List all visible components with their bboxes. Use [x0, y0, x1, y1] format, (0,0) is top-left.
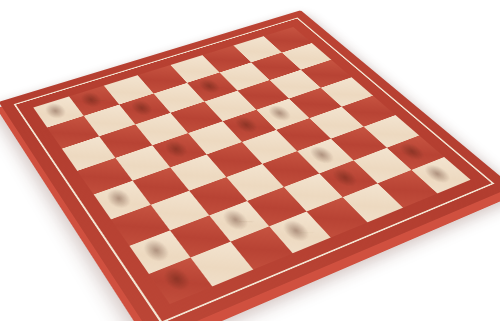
black-pawn-glyph: ♟ [233, 91, 266, 128]
black-pawn-glyph: ♟ [196, 54, 228, 89]
white-queen-glyph: ♛ [153, 94, 206, 153]
white-pawn-glyph: ♟ [78, 67, 110, 103]
white-pawn-glyph: ♟ [220, 182, 257, 224]
white-rook-glyph: ♜ [39, 70, 79, 114]
white-king-glyph: ♚ [91, 134, 153, 203]
photo-canvas: ♟♚♟♟♟♞♜♛♜♛♝♚♟♟♞♜ Chess board with pieces [0, 0, 500, 321]
board-scene: ♟♚♟♟♟♞♜♛♜♛♝♚♟♟♞♜ [0, 0, 500, 321]
white-pawn-glyph: ♟ [281, 193, 319, 235]
pieces-layer: ♟♚♟♟♟♞♜♛♜♛♝♚♟♟♞♜ [0, 10, 500, 321]
chess-board: ♟♚♟♟♟♞♜♛♜♛♝♚♟♟♞♜ [0, 10, 500, 321]
white-rook-glyph: ♜ [156, 230, 204, 284]
black-rook-glyph: ♜ [419, 130, 462, 178]
black-bishop-glyph: ♝ [325, 129, 372, 181]
